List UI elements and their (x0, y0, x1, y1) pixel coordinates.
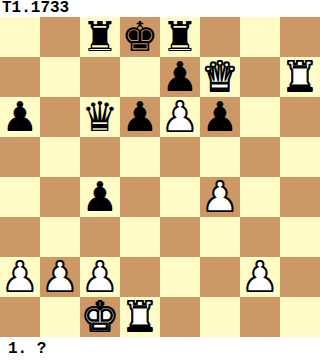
square-a3[interactable] (0, 217, 40, 257)
square-c5[interactable] (80, 137, 120, 177)
square-c3[interactable] (80, 217, 120, 257)
piece-black-king[interactable]: ♚ (120, 17, 160, 57)
square-h8[interactable] (280, 17, 320, 57)
square-g8[interactable] (240, 17, 280, 57)
square-c1[interactable]: ♚ (80, 297, 120, 337)
square-g7[interactable] (240, 57, 280, 97)
piece-white-king[interactable]: ♚ (80, 297, 120, 337)
piece-black-pawn[interactable]: ♟ (0, 97, 40, 137)
chess-puzzle-app: T1.1733 ♜♚♜♟♛♜♟♛♟♟♟♟♟♟♟♟♟♚♜ 1. ? (0, 0, 320, 360)
square-h1[interactable] (280, 297, 320, 337)
square-e4[interactable] (160, 177, 200, 217)
piece-white-queen[interactable]: ♛ (200, 57, 240, 97)
square-f8[interactable] (200, 17, 240, 57)
piece-white-rook[interactable]: ♜ (120, 297, 160, 337)
piece-black-pawn[interactable]: ♟ (200, 97, 240, 137)
square-d6[interactable]: ♟ (120, 97, 160, 137)
square-a2[interactable]: ♟ (0, 257, 40, 297)
piece-black-pawn[interactable]: ♟ (80, 177, 120, 217)
piece-white-pawn[interactable]: ♟ (40, 257, 80, 297)
square-a5[interactable] (0, 137, 40, 177)
square-g1[interactable] (240, 297, 280, 337)
square-h6[interactable] (280, 97, 320, 137)
square-e3[interactable] (160, 217, 200, 257)
square-f6[interactable]: ♟ (200, 97, 240, 137)
square-f5[interactable] (200, 137, 240, 177)
square-e2[interactable] (160, 257, 200, 297)
piece-black-rook[interactable]: ♜ (160, 17, 200, 57)
square-c6[interactable]: ♛ (80, 97, 120, 137)
square-d3[interactable] (120, 217, 160, 257)
piece-white-rook[interactable]: ♜ (280, 57, 320, 97)
square-h7[interactable]: ♜ (280, 57, 320, 97)
puzzle-title: T1.1733 (2, 0, 69, 17)
square-a8[interactable] (0, 17, 40, 57)
piece-white-pawn[interactable]: ♟ (80, 257, 120, 297)
square-d8[interactable]: ♚ (120, 17, 160, 57)
square-c7[interactable] (80, 57, 120, 97)
square-e5[interactable] (160, 137, 200, 177)
square-b6[interactable] (40, 97, 80, 137)
square-a1[interactable] (0, 297, 40, 337)
square-a6[interactable]: ♟ (0, 97, 40, 137)
square-h2[interactable] (280, 257, 320, 297)
square-f7[interactable]: ♛ (200, 57, 240, 97)
square-e7[interactable]: ♟ (160, 57, 200, 97)
square-c2[interactable]: ♟ (80, 257, 120, 297)
piece-white-pawn[interactable]: ♟ (160, 97, 200, 137)
square-f1[interactable] (200, 297, 240, 337)
piece-white-pawn[interactable]: ♟ (200, 177, 240, 217)
square-b8[interactable] (40, 17, 80, 57)
square-f3[interactable] (200, 217, 240, 257)
square-b4[interactable] (40, 177, 80, 217)
square-g6[interactable] (240, 97, 280, 137)
piece-white-pawn[interactable]: ♟ (0, 257, 40, 297)
square-a4[interactable] (0, 177, 40, 217)
piece-black-rook[interactable]: ♜ (80, 17, 120, 57)
piece-white-pawn[interactable]: ♟ (240, 257, 280, 297)
piece-black-pawn[interactable]: ♟ (160, 57, 200, 97)
square-g5[interactable] (240, 137, 280, 177)
square-c8[interactable]: ♜ (80, 17, 120, 57)
square-a7[interactable] (0, 57, 40, 97)
square-b3[interactable] (40, 217, 80, 257)
piece-black-queen[interactable]: ♛ (80, 97, 120, 137)
square-g2[interactable]: ♟ (240, 257, 280, 297)
square-d1[interactable]: ♜ (120, 297, 160, 337)
square-f4[interactable]: ♟ (200, 177, 240, 217)
square-h4[interactable] (280, 177, 320, 217)
square-b1[interactable] (40, 297, 80, 337)
square-e1[interactable] (160, 297, 200, 337)
square-h3[interactable] (280, 217, 320, 257)
chess-board: ♜♚♜♟♛♜♟♛♟♟♟♟♟♟♟♟♟♚♜ (0, 17, 320, 337)
move-prompt: 1. ? (8, 337, 46, 360)
square-g4[interactable] (240, 177, 280, 217)
square-c4[interactable]: ♟ (80, 177, 120, 217)
square-d5[interactable] (120, 137, 160, 177)
square-g3[interactable] (240, 217, 280, 257)
square-b2[interactable]: ♟ (40, 257, 80, 297)
square-e6[interactable]: ♟ (160, 97, 200, 137)
square-h5[interactable] (280, 137, 320, 177)
square-d4[interactable] (120, 177, 160, 217)
square-b7[interactable] (40, 57, 80, 97)
square-d2[interactable] (120, 257, 160, 297)
square-d7[interactable] (120, 57, 160, 97)
square-e8[interactable]: ♜ (160, 17, 200, 57)
square-f2[interactable] (200, 257, 240, 297)
square-b5[interactable] (40, 137, 80, 177)
piece-black-pawn[interactable]: ♟ (120, 97, 160, 137)
